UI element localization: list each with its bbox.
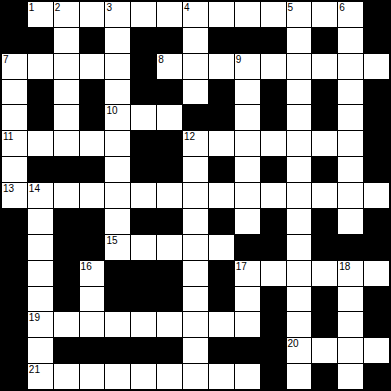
black-cell-r10-c0 xyxy=(2,261,27,286)
black-cell-r2-c5 xyxy=(131,54,156,79)
black-cell-r3-c10 xyxy=(261,80,286,105)
black-cell-r5-c14 xyxy=(364,131,389,156)
black-cell-r8-c6 xyxy=(157,209,182,234)
grid-cell-r6-c4[interactable] xyxy=(105,157,130,182)
grid-cell-r11-c1[interactable] xyxy=(28,287,53,312)
grid-cell-r7-c7[interactable] xyxy=(183,183,208,208)
black-cell-r10-c4 xyxy=(105,261,130,286)
black-cell-r1-c5 xyxy=(131,28,156,53)
clue-number-14: 14 xyxy=(29,183,40,194)
black-cell-r11-c8 xyxy=(209,287,234,312)
black-cell-r11-c10 xyxy=(261,287,286,312)
black-cell-r10-c6 xyxy=(157,261,182,286)
grid-cell-r14-c5[interactable] xyxy=(131,364,156,389)
black-cell-r6-c2 xyxy=(54,157,79,182)
grid-cell-r2-c12[interactable] xyxy=(312,54,337,79)
grid-cell-r2-c4[interactable] xyxy=(105,54,130,79)
grid-cell-r5-c10[interactable] xyxy=(261,131,286,156)
black-cell-r9-c9 xyxy=(235,235,260,260)
grid-cell-r10-c14[interactable] xyxy=(364,261,389,286)
black-cell-r6-c8 xyxy=(209,157,234,182)
black-cell-r3-c5 xyxy=(131,80,156,105)
clue-number-3: 3 xyxy=(106,2,112,13)
grid-cell-r1-c13[interactable] xyxy=(338,28,363,53)
clue-number-18: 18 xyxy=(339,261,350,272)
grid-cell-r10-c11[interactable] xyxy=(287,261,312,286)
grid-cell-r2-c6[interactable]: 8 xyxy=(157,54,182,79)
grid-cell-r14-c9[interactable] xyxy=(235,364,260,389)
grid-cell-r12-c13[interactable] xyxy=(338,312,363,337)
grid-cell-r0-c7[interactable]: 4 xyxy=(183,2,208,27)
grid-cell-r13-c12[interactable] xyxy=(312,338,337,363)
black-cell-r1-c10 xyxy=(261,28,286,53)
grid-cell-r1-c4[interactable] xyxy=(105,28,130,53)
black-cell-r13-c10 xyxy=(261,338,286,363)
black-cell-r4-c10 xyxy=(261,105,286,130)
clue-number-7: 7 xyxy=(3,54,9,65)
grid-cell-r9-c8[interactable] xyxy=(209,235,234,260)
grid-cell-r12-c9[interactable] xyxy=(235,312,260,337)
grid-cell-r3-c11[interactable] xyxy=(287,80,312,105)
grid-cell-r10-c1[interactable] xyxy=(28,261,53,286)
grid-cell-r0-c11[interactable]: 5 xyxy=(287,2,312,27)
black-cell-r13-c8 xyxy=(209,338,234,363)
black-cell-r13-c6 xyxy=(157,338,182,363)
grid-cell-r10-c10[interactable] xyxy=(261,261,286,286)
grid-cell-r8-c4[interactable] xyxy=(105,209,130,234)
grid-cell-r10-c9[interactable]: 17 xyxy=(235,261,260,286)
grid-cell-r5-c13[interactable] xyxy=(338,131,363,156)
black-cell-r13-c3 xyxy=(80,338,105,363)
grid-cell-r7-c4[interactable] xyxy=(105,183,130,208)
grid-cell-r2-c3[interactable] xyxy=(80,54,105,79)
grid-cell-r1-c7[interactable] xyxy=(183,28,208,53)
grid-cell-r3-c4[interactable] xyxy=(105,80,130,105)
grid-cell-r2-c0[interactable]: 7 xyxy=(2,54,27,79)
black-cell-r12-c0 xyxy=(2,312,27,337)
grid-cell-r7-c9[interactable] xyxy=(235,183,260,208)
grid-cell-r11-c9[interactable] xyxy=(235,287,260,312)
black-cell-r8-c5 xyxy=(131,209,156,234)
grid-cell-r9-c11[interactable] xyxy=(287,235,312,260)
black-cell-r14-c10 xyxy=(261,364,286,389)
grid-cell-r11-c11[interactable] xyxy=(287,287,312,312)
black-cell-r9-c10 xyxy=(261,235,286,260)
black-cell-r6-c14 xyxy=(364,157,389,182)
black-cell-r8-c14 xyxy=(364,209,389,234)
grid-cell-r12-c5[interactable] xyxy=(131,312,156,337)
grid-cell-r3-c13[interactable] xyxy=(338,80,363,105)
grid-cell-r0-c10[interactable] xyxy=(261,2,286,27)
black-cell-r1-c3 xyxy=(80,28,105,53)
black-cell-r9-c2 xyxy=(54,235,79,260)
black-cell-r5-c5 xyxy=(131,131,156,156)
black-cell-r0-c14 xyxy=(364,2,389,27)
black-cell-r5-c6 xyxy=(157,131,182,156)
black-cell-r9-c14 xyxy=(364,235,389,260)
black-cell-r9-c12 xyxy=(312,235,337,260)
black-cell-r8-c0 xyxy=(2,209,27,234)
grid-cell-r14-c6[interactable] xyxy=(157,364,182,389)
grid-cell-r8-c7[interactable] xyxy=(183,209,208,234)
black-cell-r13-c0 xyxy=(2,338,27,363)
grid-cell-r10-c12[interactable] xyxy=(312,261,337,286)
grid-cell-r3-c0[interactable] xyxy=(2,80,27,105)
grid-cell-r0-c1[interactable]: 1 xyxy=(28,2,53,27)
black-cell-r8-c2 xyxy=(54,209,79,234)
grid-cell-r6-c9[interactable] xyxy=(235,157,260,182)
grid-cell-r14-c11[interactable] xyxy=(287,364,312,389)
grid-cell-r11-c13[interactable] xyxy=(338,287,363,312)
black-cell-r11-c6 xyxy=(157,287,182,312)
grid-cell-r9-c6[interactable] xyxy=(157,235,182,260)
grid-cell-r14-c8[interactable] xyxy=(209,364,234,389)
grid-cell-r2-c8[interactable] xyxy=(209,54,234,79)
grid-cell-r9-c1[interactable] xyxy=(28,235,53,260)
grid-cell-r1-c2[interactable] xyxy=(54,28,79,53)
grid-cell-r14-c4[interactable] xyxy=(105,364,130,389)
grid-cell-r12-c2[interactable] xyxy=(54,312,79,337)
grid-cell-r0-c8[interactable] xyxy=(209,2,234,27)
grid-cell-r0-c13[interactable]: 6 xyxy=(338,2,363,27)
grid-cell-r7-c0[interactable]: 13 xyxy=(2,183,27,208)
black-cell-r6-c6 xyxy=(157,157,182,182)
grid-cell-r12-c8[interactable] xyxy=(209,312,234,337)
black-cell-r13-c2 xyxy=(54,338,79,363)
clue-number-10: 10 xyxy=(106,105,117,116)
grid-cell-r14-c3[interactable] xyxy=(80,364,105,389)
black-cell-r11-c0 xyxy=(2,287,27,312)
black-cell-r10-c5 xyxy=(131,261,156,286)
grid-cell-r12-c1[interactable]: 19 xyxy=(28,312,53,337)
clue-number-1: 1 xyxy=(29,2,35,13)
black-cell-r3-c12 xyxy=(312,80,337,105)
grid-cell-r9-c7[interactable] xyxy=(183,235,208,260)
black-cell-r11-c12 xyxy=(312,287,337,312)
grid-cell-r0-c5[interactable] xyxy=(131,2,156,27)
clue-number-12: 12 xyxy=(184,131,195,142)
grid-cell-r4-c11[interactable] xyxy=(287,105,312,130)
crossword-grid: 123456789101112131415161718192021 xyxy=(0,0,391,391)
black-cell-r1-c1 xyxy=(28,28,53,53)
grid-cell-r4-c9[interactable] xyxy=(235,105,260,130)
clue-number-15: 15 xyxy=(106,235,117,246)
black-cell-r4-c8 xyxy=(209,105,234,130)
grid-cell-r5-c11[interactable] xyxy=(287,131,312,156)
black-cell-r4-c12 xyxy=(312,105,337,130)
black-cell-r4-c7 xyxy=(183,105,208,130)
grid-cell-r0-c9[interactable] xyxy=(235,2,260,27)
black-cell-r3-c3 xyxy=(80,80,105,105)
black-cell-r4-c1 xyxy=(28,105,53,130)
grid-cell-r7-c13[interactable] xyxy=(338,183,363,208)
black-cell-r1-c14 xyxy=(364,28,389,53)
grid-cell-r3-c7[interactable] xyxy=(183,80,208,105)
grid-cell-r6-c13[interactable] xyxy=(338,157,363,182)
grid-cell-r3-c2[interactable] xyxy=(54,80,79,105)
black-cell-r9-c3 xyxy=(80,235,105,260)
grid-cell-r0-c6[interactable] xyxy=(157,2,182,27)
black-cell-r6-c1 xyxy=(28,157,53,182)
grid-cell-r12-c11[interactable] xyxy=(287,312,312,337)
grid-cell-r6-c7[interactable] xyxy=(183,157,208,182)
grid-cell-r8-c1[interactable] xyxy=(28,209,53,234)
grid-cell-r9-c4[interactable]: 15 xyxy=(105,235,130,260)
grid-cell-r3-c9[interactable] xyxy=(235,80,260,105)
grid-cell-r7-c1[interactable]: 14 xyxy=(28,183,53,208)
black-cell-r12-c12 xyxy=(312,312,337,337)
black-cell-r1-c9 xyxy=(235,28,260,53)
grid-cell-r0-c3[interactable] xyxy=(80,2,105,27)
black-cell-r3-c1 xyxy=(28,80,53,105)
black-cell-r6-c5 xyxy=(131,157,156,182)
grid-cell-r2-c2[interactable] xyxy=(54,54,79,79)
black-cell-r9-c13 xyxy=(338,235,363,260)
grid-cell-r14-c1[interactable]: 21 xyxy=(28,364,53,389)
black-cell-r1-c0 xyxy=(2,28,27,53)
black-cell-r9-c0 xyxy=(2,235,27,260)
clue-number-6: 6 xyxy=(339,2,345,13)
grid-cell-r7-c6[interactable] xyxy=(157,183,182,208)
clue-number-8: 8 xyxy=(158,54,164,65)
grid-cell-r5-c8[interactable] xyxy=(209,131,234,156)
grid-cell-r4-c6[interactable] xyxy=(157,105,182,130)
grid-cell-r8-c13[interactable] xyxy=(338,209,363,234)
clue-number-4: 4 xyxy=(184,2,190,13)
grid-cell-r10-c13[interactable]: 18 xyxy=(338,261,363,286)
grid-cell-r6-c11[interactable] xyxy=(287,157,312,182)
black-cell-r0-c0 xyxy=(2,2,27,27)
grid-cell-r5-c4[interactable] xyxy=(105,131,130,156)
grid-cell-r14-c7[interactable] xyxy=(183,364,208,389)
black-cell-r14-c12 xyxy=(312,364,337,389)
grid-cell-r5-c0[interactable]: 11 xyxy=(2,131,27,156)
grid-cell-r0-c2[interactable]: 2 xyxy=(54,2,79,27)
black-cell-r14-c14 xyxy=(364,364,389,389)
clue-number-16: 16 xyxy=(81,261,92,272)
grid-cell-r7-c2[interactable] xyxy=(54,183,79,208)
grid-cell-r12-c4[interactable] xyxy=(105,312,130,337)
grid-cell-r13-c1[interactable] xyxy=(28,338,53,363)
black-cell-r1-c6 xyxy=(157,28,182,53)
black-cell-r1-c8 xyxy=(209,28,234,53)
black-cell-r3-c14 xyxy=(364,80,389,105)
black-cell-r11-c14 xyxy=(364,287,389,312)
grid-cell-r2-c10[interactable] xyxy=(261,54,286,79)
grid-cell-r11-c7[interactable] xyxy=(183,287,208,312)
clue-number-13: 13 xyxy=(3,183,14,194)
grid-cell-r13-c14[interactable] xyxy=(364,338,389,363)
black-cell-r11-c5 xyxy=(131,287,156,312)
grid-cell-r2-c11[interactable] xyxy=(287,54,312,79)
black-cell-r6-c3 xyxy=(80,157,105,182)
black-cell-r3-c6 xyxy=(157,80,182,105)
grid-cell-r7-c5[interactable] xyxy=(131,183,156,208)
grid-cell-r5-c3[interactable] xyxy=(80,131,105,156)
grid-cell-r8-c11[interactable] xyxy=(287,209,312,234)
black-cell-r1-c12 xyxy=(312,28,337,53)
grid-cell-r2-c13[interactable] xyxy=(338,54,363,79)
grid-cell-r5-c12[interactable] xyxy=(312,131,337,156)
grid-cell-r4-c0[interactable] xyxy=(2,105,27,130)
clue-number-17: 17 xyxy=(236,261,247,272)
grid-cell-r7-c8[interactable] xyxy=(209,183,234,208)
grid-cell-r9-c5[interactable] xyxy=(131,235,156,260)
grid-cell-r10-c3[interactable]: 16 xyxy=(80,261,105,286)
clue-number-19: 19 xyxy=(29,312,40,323)
grid-cell-r1-c11[interactable] xyxy=(287,28,312,53)
grid-cell-r11-c3[interactable] xyxy=(80,287,105,312)
black-cell-r14-c0 xyxy=(2,364,27,389)
grid-cell-r2-c14[interactable] xyxy=(364,54,389,79)
black-cell-r10-c2 xyxy=(54,261,79,286)
grid-cell-r2-c1[interactable] xyxy=(28,54,53,79)
black-cell-r4-c14 xyxy=(364,105,389,130)
black-cell-r3-c8 xyxy=(209,80,234,105)
grid-cell-r13-c13[interactable] xyxy=(338,338,363,363)
grid-cell-r12-c6[interactable] xyxy=(157,312,182,337)
grid-cell-r8-c9[interactable] xyxy=(235,209,260,234)
grid-cell-r2-c7[interactable] xyxy=(183,54,208,79)
black-cell-r6-c12 xyxy=(312,157,337,182)
grid-cell-r0-c4[interactable]: 3 xyxy=(105,2,130,27)
black-cell-r8-c3 xyxy=(80,209,105,234)
grid-cell-r14-c2[interactable] xyxy=(54,364,79,389)
grid-cell-r7-c12[interactable] xyxy=(312,183,337,208)
grid-cell-r7-c10[interactable] xyxy=(261,183,286,208)
grid-cell-r5-c2[interactable] xyxy=(54,131,79,156)
black-cell-r11-c4 xyxy=(105,287,130,312)
grid-cell-r12-c3[interactable] xyxy=(80,312,105,337)
grid-cell-r5-c7[interactable]: 12 xyxy=(183,131,208,156)
grid-cell-r4-c5[interactable] xyxy=(131,105,156,130)
grid-cell-r5-c9[interactable] xyxy=(235,131,260,156)
clue-number-20: 20 xyxy=(288,338,299,349)
grid-cell-r13-c7[interactable] xyxy=(183,338,208,363)
black-cell-r8-c8 xyxy=(209,209,234,234)
black-cell-r8-c10 xyxy=(261,209,286,234)
grid-cell-r4-c13[interactable] xyxy=(338,105,363,130)
black-cell-r13-c4 xyxy=(105,338,130,363)
grid-cell-r13-c11[interactable]: 20 xyxy=(287,338,312,363)
grid-cell-r10-c7[interactable] xyxy=(183,261,208,286)
grid-cell-r6-c0[interactable] xyxy=(2,157,27,182)
grid-cell-r12-c7[interactable] xyxy=(183,312,208,337)
grid-cell-r5-c1[interactable] xyxy=(28,131,53,156)
black-cell-r6-c10 xyxy=(261,157,286,182)
black-cell-r11-c2 xyxy=(54,287,79,312)
black-cell-r8-c12 xyxy=(312,209,337,234)
black-cell-r4-c3 xyxy=(80,105,105,130)
grid-cell-r7-c11[interactable] xyxy=(287,183,312,208)
clue-number-2: 2 xyxy=(55,2,61,13)
clue-number-9: 9 xyxy=(236,54,242,65)
clue-number-21: 21 xyxy=(29,364,40,375)
clue-number-11: 11 xyxy=(3,131,13,142)
black-cell-r12-c14 xyxy=(364,312,389,337)
grid-cell-r2-c9[interactable]: 9 xyxy=(235,54,260,79)
grid-cell-r14-c13[interactable] xyxy=(338,364,363,389)
grid-cell-r4-c2[interactable] xyxy=(54,105,79,130)
grid-cell-r7-c14[interactable] xyxy=(364,183,389,208)
black-cell-r12-c10 xyxy=(261,312,286,337)
clue-number-5: 5 xyxy=(288,2,294,13)
black-cell-r10-c8 xyxy=(209,261,234,286)
black-cell-r13-c9 xyxy=(235,338,260,363)
black-cell-r13-c5 xyxy=(131,338,156,363)
grid-cell-r4-c4[interactable]: 10 xyxy=(105,105,130,130)
grid-cell-r0-c12[interactable] xyxy=(312,2,337,27)
grid-cell-r7-c3[interactable] xyxy=(80,183,105,208)
